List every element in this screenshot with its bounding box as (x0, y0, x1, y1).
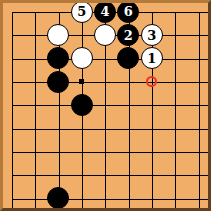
stone-black (47, 187, 69, 209)
board-grid: 546231 (0, 0, 210, 210)
marked-point-circle (146, 76, 157, 87)
star-point (79, 79, 84, 84)
stone-white (94, 24, 116, 46)
stone-black-move-4: 4 (94, 1, 116, 23)
go-diagram: 546231 (0, 0, 211, 211)
stone-white (47, 24, 69, 46)
stone-black (47, 71, 69, 93)
stone-white-move-3: 3 (141, 24, 163, 46)
stone-black (47, 47, 69, 69)
stone-white-move-5: 5 (71, 1, 93, 23)
board-frame: 546231 (0, 0, 211, 211)
stone-white (71, 47, 93, 69)
stone-black-move-6: 6 (117, 1, 139, 23)
stone-black (71, 94, 93, 116)
stone-black (117, 47, 139, 69)
stone-white-move-1: 1 (141, 47, 163, 69)
stone-black-move-2: 2 (117, 24, 139, 46)
